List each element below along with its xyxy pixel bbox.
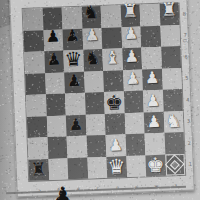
- square-g8: [140, 4, 160, 26]
- square-g7: [140, 25, 160, 47]
- square-h3: ♞: [163, 110, 183, 132]
- square-g6: [141, 47, 161, 69]
- rank-label: 1: [188, 153, 192, 175]
- black-pawn: ♟: [68, 117, 83, 134]
- square-d3: [85, 113, 105, 135]
- square-a3: [27, 116, 47, 138]
- square-c2: [67, 136, 87, 158]
- square-e8: [101, 5, 121, 27]
- white-pawn: ♟: [108, 137, 123, 154]
- square-g3: ♟: [144, 111, 164, 133]
- photo: ♞♜♜♟♟♟♟♟♛♞♝♟♟♟♟♚♟♟♟♞♟♜♛♚ абвгдежз 876543…: [0, 0, 200, 200]
- square-g1: ♚: [145, 154, 165, 176]
- square-c3: ♟: [66, 114, 86, 136]
- square-h2: [164, 132, 184, 154]
- square-a7: [24, 30, 44, 52]
- square-d6: ♞: [83, 49, 103, 71]
- square-f2: [125, 133, 145, 155]
- square-a1: ♜: [28, 159, 48, 181]
- captured-black-piece: ♟: [52, 184, 74, 200]
- square-e5: [103, 70, 123, 92]
- black-pawn: ♟: [67, 73, 82, 90]
- white-bishop: ♝: [104, 48, 121, 67]
- square-h7: [160, 24, 180, 46]
- white-pawn: ♟: [85, 27, 100, 44]
- square-d2: [86, 135, 106, 157]
- square-a5: [25, 73, 45, 95]
- square-g5: ♟: [142, 68, 162, 90]
- rank-label: 2: [187, 132, 191, 154]
- square-f4: [123, 90, 143, 112]
- black-knight: ♞: [84, 49, 101, 68]
- square-h6: [161, 46, 181, 68]
- rank-label: 8: [182, 3, 186, 25]
- square-f6: ♟: [122, 47, 142, 69]
- square-f7: ♟: [121, 26, 141, 48]
- black-queen: ♛: [64, 48, 83, 69]
- square-h4: [162, 89, 182, 111]
- square-e6: ♝: [102, 48, 122, 70]
- square-c4: [65, 93, 85, 115]
- black-pawn: ♟: [46, 51, 61, 68]
- square-a2: [28, 137, 48, 159]
- square-b2: [47, 136, 67, 158]
- square-b7: ♟: [43, 29, 63, 51]
- square-b3: [46, 115, 66, 137]
- white-pawn: ♟: [146, 93, 161, 110]
- white-king: ♚: [146, 155, 165, 176]
- rank-label: 5: [185, 67, 189, 89]
- square-b4: [45, 93, 65, 115]
- white-rook: ♜: [122, 1, 139, 20]
- square-e3: [105, 113, 125, 135]
- white-knight: ♞: [165, 112, 182, 131]
- square-c5: ♟: [64, 71, 84, 93]
- square-a8: [23, 8, 43, 30]
- white-pawn: ♟: [146, 114, 161, 131]
- square-d1: [87, 156, 107, 178]
- square-c1: [67, 157, 87, 179]
- rank-label: 3: [186, 110, 190, 132]
- square-a6: [24, 51, 44, 73]
- white-rook: ♜: [161, 0, 178, 18]
- square-f3: [124, 112, 144, 134]
- black-rook: ♜: [30, 160, 47, 179]
- square-d4: [84, 92, 104, 114]
- black-knight: ♞: [83, 3, 100, 22]
- rank-label: 4: [186, 89, 190, 111]
- square-d5: [84, 70, 104, 92]
- corner-emblem: [166, 154, 184, 174]
- white-queen: ♛: [107, 156, 126, 177]
- square-a4: [26, 94, 46, 116]
- square-e4: ♚: [104, 91, 124, 113]
- chess-board: ♞♜♜♟♟♟♟♟♛♞♝♟♟♟♟♚♟♟♟♞♟♜♛♚: [23, 3, 185, 181]
- square-b5: [45, 72, 65, 94]
- white-pawn: ♟: [125, 71, 140, 88]
- board-frame: ♞♜♜♟♟♟♟♟♛♞♝♟♟♟♟♚♟♟♟♞♟♜♛♚ абвгдежз 876543…: [9, 0, 195, 197]
- square-c6: ♛: [63, 50, 83, 72]
- square-e2: ♟: [106, 134, 126, 156]
- square-g4: ♟: [143, 90, 163, 112]
- black-king: ♚: [105, 92, 124, 113]
- square-f5: ♟: [123, 69, 143, 91]
- square-b6: ♟: [44, 50, 64, 72]
- square-h5: [162, 67, 182, 89]
- frame-brand-text: О·····: [182, 39, 189, 57]
- black-pawn: ♟: [65, 28, 80, 45]
- white-pawn: ♟: [145, 70, 160, 87]
- white-pawn: ♟: [123, 26, 138, 43]
- square-h8: ♜: [159, 3, 179, 25]
- square-e1: ♛: [106, 156, 126, 178]
- black-pawn: ♟: [46, 29, 61, 46]
- square-b1: [48, 158, 68, 180]
- square-g2: [145, 133, 165, 155]
- square-h1: [165, 153, 185, 175]
- white-pawn: ♟: [124, 48, 139, 65]
- square-f1: [126, 155, 146, 177]
